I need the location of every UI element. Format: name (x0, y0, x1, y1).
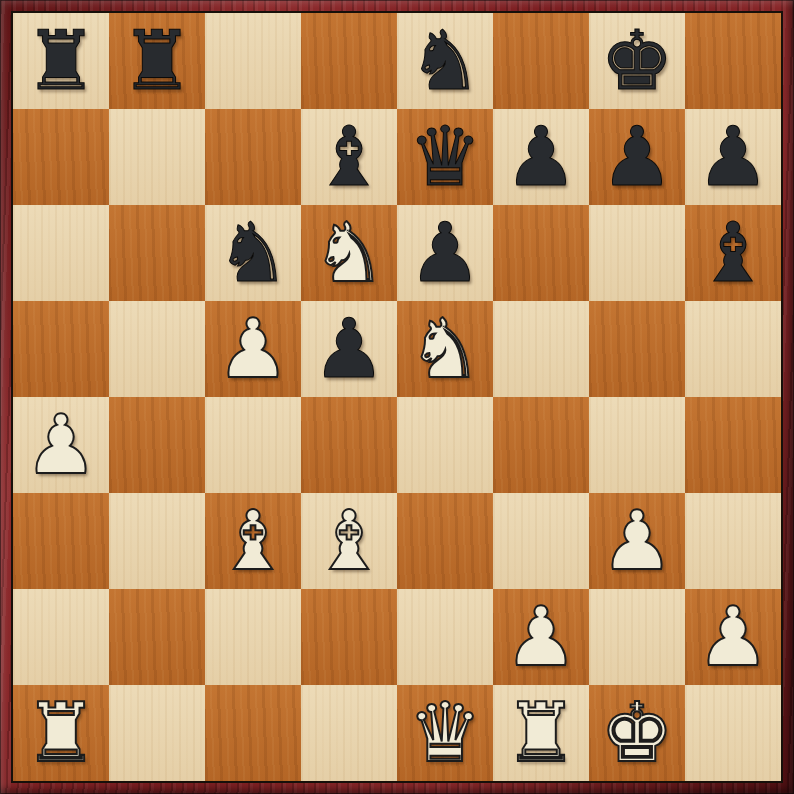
square-f1[interactable]: ♜ (493, 685, 589, 781)
piece-black-pawn: ♟ (312, 301, 386, 397)
square-a3[interactable] (13, 493, 109, 589)
square-a2[interactable] (13, 589, 109, 685)
piece-black-pawn: ♟ (504, 109, 578, 205)
board-frame: ♜♜♞♚♝♛♟♟♟♞♞♟♝♟♟♞♟♝♝♟♟♟♜♛♜♚ (0, 0, 794, 794)
square-f2[interactable]: ♟ (493, 589, 589, 685)
piece-white-knight: ♞ (312, 205, 386, 301)
square-b1[interactable] (109, 685, 205, 781)
piece-white-pawn: ♟ (600, 493, 674, 589)
piece-black-rook: ♜ (120, 13, 194, 109)
square-g1[interactable]: ♚ (589, 685, 685, 781)
square-c8[interactable] (205, 13, 301, 109)
piece-white-queen: ♛ (408, 685, 482, 781)
piece-white-pawn: ♟ (504, 589, 578, 685)
square-e4[interactable] (397, 397, 493, 493)
square-b4[interactable] (109, 397, 205, 493)
square-h8[interactable] (685, 13, 781, 109)
square-f8[interactable] (493, 13, 589, 109)
square-c4[interactable] (205, 397, 301, 493)
square-g3[interactable]: ♟ (589, 493, 685, 589)
square-g7[interactable]: ♟ (589, 109, 685, 205)
piece-white-knight: ♞ (408, 301, 482, 397)
square-b2[interactable] (109, 589, 205, 685)
square-h1[interactable] (685, 685, 781, 781)
piece-black-pawn: ♟ (408, 205, 482, 301)
board-inner-border: ♜♜♞♚♝♛♟♟♟♞♞♟♝♟♟♞♟♝♝♟♟♟♜♛♜♚ (11, 11, 783, 783)
square-h2[interactable]: ♟ (685, 589, 781, 685)
square-a6[interactable] (13, 205, 109, 301)
square-d1[interactable] (301, 685, 397, 781)
square-f7[interactable]: ♟ (493, 109, 589, 205)
square-g4[interactable] (589, 397, 685, 493)
square-d4[interactable] (301, 397, 397, 493)
square-e2[interactable] (397, 589, 493, 685)
square-g8[interactable]: ♚ (589, 13, 685, 109)
piece-white-rook: ♜ (24, 685, 98, 781)
piece-black-queen: ♛ (408, 109, 482, 205)
square-d8[interactable] (301, 13, 397, 109)
piece-white-pawn: ♟ (216, 301, 290, 397)
square-b5[interactable] (109, 301, 205, 397)
square-h4[interactable] (685, 397, 781, 493)
square-f4[interactable] (493, 397, 589, 493)
square-f5[interactable] (493, 301, 589, 397)
piece-black-bishop: ♝ (696, 205, 770, 301)
square-e1[interactable]: ♛ (397, 685, 493, 781)
piece-white-rook: ♜ (504, 685, 578, 781)
square-c3[interactable]: ♝ (205, 493, 301, 589)
square-d6[interactable]: ♞ (301, 205, 397, 301)
piece-white-pawn: ♟ (24, 397, 98, 493)
square-c2[interactable] (205, 589, 301, 685)
piece-black-pawn: ♟ (696, 109, 770, 205)
square-b3[interactable] (109, 493, 205, 589)
piece-black-knight: ♞ (216, 205, 290, 301)
square-g5[interactable] (589, 301, 685, 397)
square-a4[interactable]: ♟ (13, 397, 109, 493)
square-a5[interactable] (13, 301, 109, 397)
square-c5[interactable]: ♟ (205, 301, 301, 397)
square-g2[interactable] (589, 589, 685, 685)
piece-white-king: ♚ (600, 685, 674, 781)
square-f3[interactable] (493, 493, 589, 589)
square-a1[interactable]: ♜ (13, 685, 109, 781)
square-d5[interactable]: ♟ (301, 301, 397, 397)
piece-white-pawn: ♟ (696, 589, 770, 685)
square-g6[interactable] (589, 205, 685, 301)
piece-black-rook: ♜ (24, 13, 98, 109)
piece-black-bishop: ♝ (312, 109, 386, 205)
square-f6[interactable] (493, 205, 589, 301)
square-b8[interactable]: ♜ (109, 13, 205, 109)
square-b6[interactable] (109, 205, 205, 301)
piece-black-pawn: ♟ (600, 109, 674, 205)
chess-board: ♜♜♞♚♝♛♟♟♟♞♞♟♝♟♟♞♟♝♝♟♟♟♜♛♜♚ (13, 13, 781, 781)
square-a7[interactable] (13, 109, 109, 205)
square-e8[interactable]: ♞ (397, 13, 493, 109)
square-h6[interactable]: ♝ (685, 205, 781, 301)
piece-white-bishop: ♝ (216, 493, 290, 589)
square-e7[interactable]: ♛ (397, 109, 493, 205)
square-h3[interactable] (685, 493, 781, 589)
piece-white-bishop: ♝ (312, 493, 386, 589)
square-c6[interactable]: ♞ (205, 205, 301, 301)
square-c7[interactable] (205, 109, 301, 205)
square-e6[interactable]: ♟ (397, 205, 493, 301)
square-c1[interactable] (205, 685, 301, 781)
square-a8[interactable]: ♜ (13, 13, 109, 109)
square-e3[interactable] (397, 493, 493, 589)
square-h7[interactable]: ♟ (685, 109, 781, 205)
piece-black-king: ♚ (600, 13, 674, 109)
square-d7[interactable]: ♝ (301, 109, 397, 205)
square-e5[interactable]: ♞ (397, 301, 493, 397)
square-h5[interactable] (685, 301, 781, 397)
square-b7[interactable] (109, 109, 205, 205)
piece-black-knight: ♞ (408, 13, 482, 109)
square-d3[interactable]: ♝ (301, 493, 397, 589)
square-d2[interactable] (301, 589, 397, 685)
